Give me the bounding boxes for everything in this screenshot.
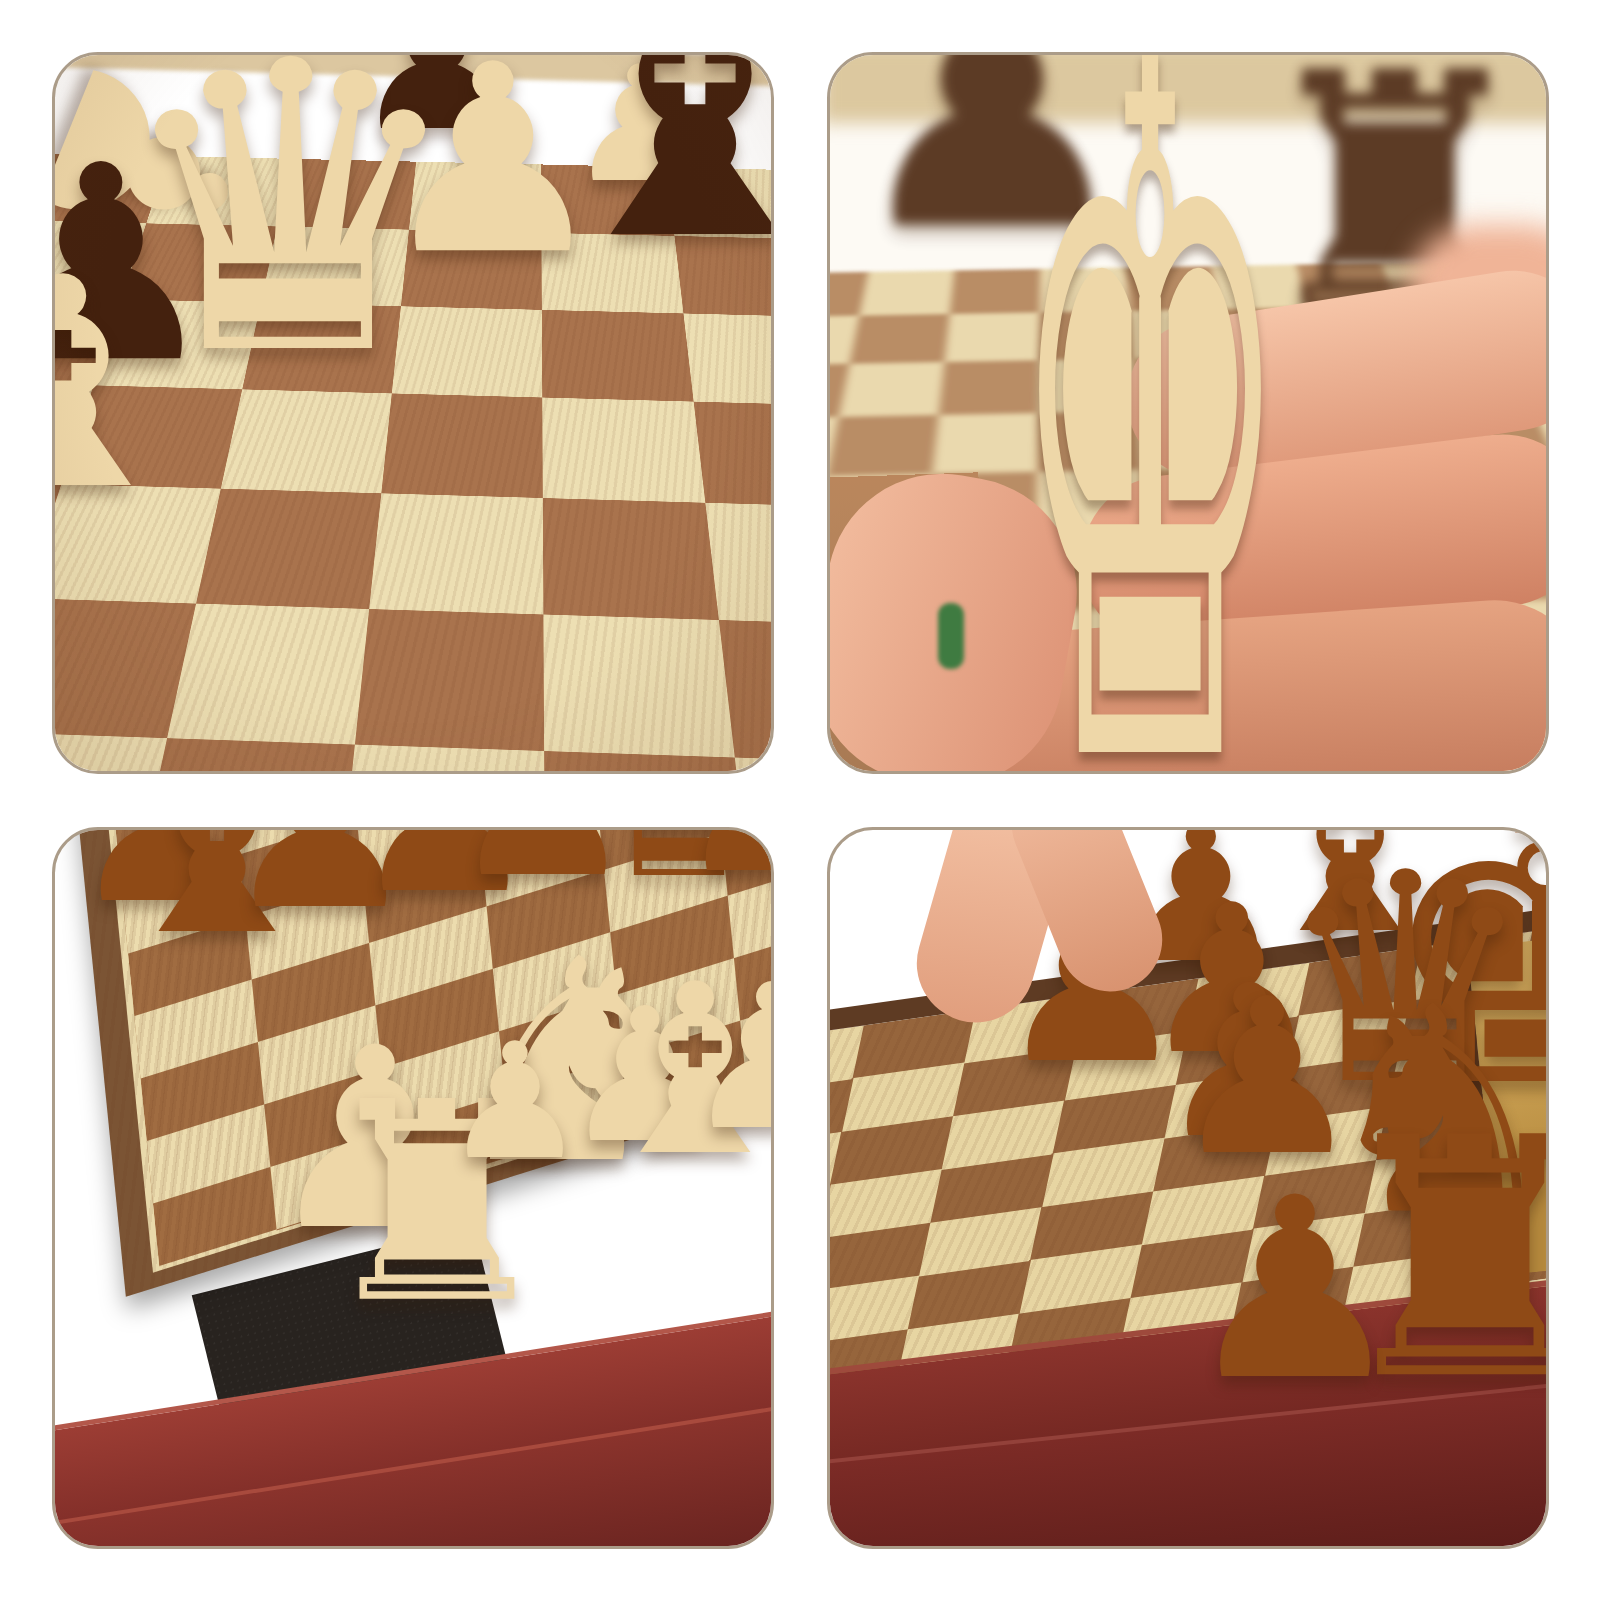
box-lid-scene: ♟♝♟♟♟♛♟ ♟♜♞♟♟♝♟	[55, 830, 771, 1546]
board-on-box-scene: ♝♚♟♛♟♟♟♞♟♜♟	[830, 830, 1546, 1546]
photo-panel-board-on-box: ♝♚♟♛♟♟♟♞♟♜♟	[827, 827, 1549, 1549]
photo-panel-box-lid-board: ♟♝♟♟♟♛♟ ♟♜♞♟♟♝♟	[52, 827, 774, 1549]
board-lid-walnut-frame	[72, 827, 774, 1297]
product-photo-collage: ♟♟♝♟♛♟♝♟ ♟♜ ♚	[0, 0, 1601, 1601]
photo-panel-board-closeup: ♟♟♝♟♛♟♝♟	[52, 52, 774, 774]
board-lid-maple-pinstripe	[102, 827, 774, 1273]
green-felt-sliver	[938, 603, 964, 669]
board-closeup-scene: ♟♟♝♟♛♟♝♟	[55, 55, 771, 771]
hand-king-scene: ♟♜ ♚	[830, 55, 1546, 771]
vignette	[55, 55, 771, 771]
board-lid-squares	[109, 827, 774, 1267]
photo-panel-hand-holding-king: ♟♜ ♚	[827, 52, 1549, 774]
